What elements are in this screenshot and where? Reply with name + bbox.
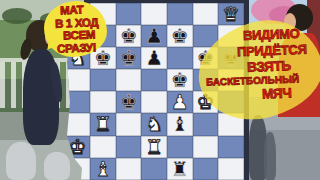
square-g1[interactable] [193,158,219,180]
square-c2[interactable] [90,136,116,158]
left-bubble-line-1: МАТ [60,4,84,17]
giant-white-piece [6,142,36,180]
square-f2[interactable] [167,136,193,158]
square-c5[interactable] [90,69,116,91]
piece-black-pawn-e7[interactable]: ♟ [141,25,167,47]
piece-black-king-d7[interactable]: ♚ [116,25,142,47]
piece-white-rook-e2[interactable]: ♜ [141,136,167,158]
piece-black-pawn-e6[interactable]: ♟ [141,47,167,69]
right-bubble-line-3: ВЗЯТЬ [247,58,291,75]
piece-white-pawn-f4[interactable]: ♟ [167,91,193,113]
right-bubble-line-1: ВИДИМО [243,26,300,43]
square-e5[interactable] [141,69,167,91]
square-g8[interactable] [193,3,219,25]
piece-white-queen-h8[interactable]: ♛ [218,3,244,25]
piece-black-bishop-f3[interactable]: ♝ [167,113,193,135]
square-c4[interactable] [90,91,116,113]
square-d5[interactable] [116,69,142,91]
square-h2[interactable] [218,136,244,158]
square-d2[interactable] [116,136,142,158]
square-e1[interactable] [141,158,167,180]
piece-black-king-d6[interactable]: ♚ [116,47,142,69]
palm-tree-icon [2,8,32,24]
thumbnail-stage: ♛♚♟♚♞♚♚♟♚♚♚♚♟♚♜♞♝♚♜♝♜ МАТ В 1 ХОД ВСЕМ С… [0,0,320,180]
giant-white-piece [44,152,70,180]
square-f8[interactable] [167,3,193,25]
right-bubble-line-2: ПРИДЁТСЯ [237,42,307,59]
left-bubble-line-3: ВСЕМ [63,28,96,41]
piece-black-king-f5[interactable]: ♚ [167,69,193,91]
square-d3[interactable] [116,113,142,135]
piece-white-bishop-c1[interactable]: ♝ [90,158,116,180]
right-bubble-line-5: МЯЧ [262,85,292,101]
square-f6[interactable] [167,47,193,69]
left-bubble-line-4: СРАЗУ! [57,41,97,54]
piece-black-rook-f1[interactable]: ♜ [167,158,193,180]
square-g2[interactable] [193,136,219,158]
piece-black-king-d4[interactable]: ♚ [116,91,142,113]
square-e8[interactable] [141,3,167,25]
square-d8[interactable] [116,3,142,25]
left-bubble-line-2: В 1 ХОД [55,16,99,30]
square-d1[interactable] [116,158,142,180]
square-h1[interactable] [218,158,244,180]
giant-dark-piece [264,132,276,180]
piece-black-king-f7[interactable]: ♚ [167,25,193,47]
square-g3[interactable] [193,113,219,135]
piece-white-knight-e3[interactable]: ♞ [141,113,167,135]
piece-white-rook-c3[interactable]: ♜ [90,113,116,135]
square-e4[interactable] [141,91,167,113]
